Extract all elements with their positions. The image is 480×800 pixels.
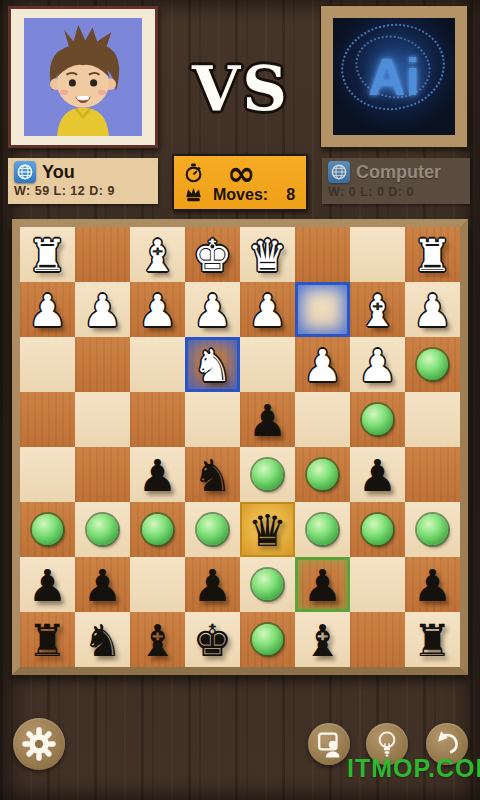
square-e4[interactable] (185, 392, 240, 447)
legal-move-dot (142, 514, 173, 545)
black-rook[interactable]: ♜ (20, 612, 75, 667)
legal-move-dot (252, 569, 283, 600)
white-pawn[interactable]: ♟ (75, 282, 130, 337)
square-f8[interactable]: ♝ (130, 612, 185, 667)
square-f5[interactable]: ♟ (130, 447, 185, 502)
square-c5[interactable] (295, 447, 350, 502)
square-d5[interactable] (240, 447, 295, 502)
player-stats: W: 0 L: 0 D: 0 (328, 185, 464, 199)
white-pawn[interactable]: ♟ (20, 282, 75, 337)
black-knight[interactable]: ♞ (185, 447, 240, 502)
chess-board: ♜♝♚♛♜♟♟♟♟♟♝♟♞♟♟♟♟♞♟♛♟♟♟♟♟♜♞♝♚♝♜ (20, 227, 460, 667)
square-e3[interactable]: ♞ (185, 337, 240, 392)
player-info-computer: Computer W: 0 L: 0 D: 0 (322, 158, 470, 204)
square-h3[interactable] (20, 337, 75, 392)
square-f4[interactable] (130, 392, 185, 447)
black-pawn[interactable]: ♟ (405, 557, 460, 612)
legal-move-dot (362, 404, 393, 435)
legal-move-dot (252, 459, 283, 490)
square-a6[interactable] (405, 502, 460, 557)
black-pawn[interactable]: ♟ (75, 557, 130, 612)
square-h7[interactable]: ♟ (20, 557, 75, 612)
player-avatar (8, 6, 158, 148)
switch-player-button[interactable] (308, 723, 350, 765)
square-e1[interactable]: ♚ (185, 227, 240, 282)
square-e5[interactable]: ♞ (185, 447, 240, 502)
globe-icon (328, 161, 350, 183)
white-pawn[interactable]: ♟ (350, 337, 405, 392)
square-g1[interactable] (75, 227, 130, 282)
square-g8[interactable]: ♞ (75, 612, 130, 667)
gear-icon (21, 726, 57, 762)
white-rook[interactable]: ♜ (405, 227, 460, 282)
square-b3[interactable]: ♟ (350, 337, 405, 392)
crown-icon (184, 186, 203, 203)
black-pawn[interactable]: ♟ (240, 392, 295, 447)
square-h8[interactable]: ♜ (20, 612, 75, 667)
square-g3[interactable] (75, 337, 130, 392)
square-a8[interactable]: ♜ (405, 612, 460, 667)
square-d7[interactable] (240, 557, 295, 612)
square-g7[interactable]: ♟ (75, 557, 130, 612)
legal-move-dot (307, 459, 338, 490)
black-pawn[interactable]: ♟ (20, 557, 75, 612)
white-rook[interactable]: ♜ (20, 227, 75, 282)
square-f6[interactable] (130, 502, 185, 557)
legal-move-dot (32, 514, 63, 545)
square-d3[interactable] (240, 337, 295, 392)
watermark: ITMOP.COM (347, 754, 480, 783)
square-a2[interactable]: ♟ (405, 282, 460, 337)
ai-label: Ai (333, 47, 455, 107)
black-queen[interactable]: ♛ (240, 502, 295, 557)
square-e7[interactable]: ♟ (185, 557, 240, 612)
black-bishop[interactable]: ♝ (130, 612, 185, 667)
square-g4[interactable] (75, 392, 130, 447)
white-knight[interactable]: ♞ (185, 337, 240, 392)
square-b2[interactable]: ♝ (350, 282, 405, 337)
square-h4[interactable] (20, 392, 75, 447)
square-d1[interactable]: ♛ (240, 227, 295, 282)
square-f2[interactable]: ♟ (130, 282, 185, 337)
white-pawn[interactable]: ♟ (185, 282, 240, 337)
square-b7[interactable] (350, 557, 405, 612)
white-pawn[interactable]: ♟ (240, 282, 295, 337)
white-pawn[interactable]: ♟ (405, 282, 460, 337)
legal-move-dot (417, 514, 448, 545)
legal-move-dot (362, 514, 393, 545)
infinite-time-value: ∞ (227, 162, 255, 184)
player-stats: W: 59 L: 12 D: 9 (14, 184, 152, 198)
square-f7[interactable] (130, 557, 185, 612)
legal-move-dot (307, 514, 338, 545)
square-c8[interactable]: ♝ (295, 612, 350, 667)
square-d8[interactable] (240, 612, 295, 667)
match-info-panel: ∞ Moves: 8 (172, 154, 308, 211)
globe-icon (14, 161, 36, 183)
square-b5[interactable]: ♟ (350, 447, 405, 502)
square-h2[interactable]: ♟ (20, 282, 75, 337)
square-c1[interactable] (295, 227, 350, 282)
ai-avatar: Ai (320, 5, 468, 148)
player-board-icon (314, 729, 344, 759)
square-c7[interactable]: ♟ (295, 557, 350, 612)
square-a5[interactable] (405, 447, 460, 502)
square-a3[interactable] (405, 337, 460, 392)
square-f1[interactable]: ♝ (130, 227, 185, 282)
square-b1[interactable] (350, 227, 405, 282)
square-h1[interactable]: ♜ (20, 227, 75, 282)
white-king[interactable]: ♚ (185, 227, 240, 282)
stopwatch-icon (184, 163, 203, 183)
moves-label: Moves: (213, 186, 268, 204)
settings-button[interactable] (13, 718, 65, 770)
black-pawn[interactable]: ♟ (350, 447, 405, 502)
player-name: You (42, 162, 75, 183)
square-e8[interactable]: ♚ (185, 612, 240, 667)
player-name: Computer (356, 162, 441, 183)
square-b4[interactable] (350, 392, 405, 447)
square-d2[interactable]: ♟ (240, 282, 295, 337)
square-e6[interactable] (185, 502, 240, 557)
square-a4[interactable] (405, 392, 460, 447)
square-a7[interactable]: ♟ (405, 557, 460, 612)
white-pawn[interactable]: ♟ (295, 337, 350, 392)
square-a1[interactable]: ♜ (405, 227, 460, 282)
square-f3[interactable] (130, 337, 185, 392)
player-info-you: You W: 59 L: 12 D: 9 (8, 158, 158, 204)
chess-app-screen: VS Ai You W: 59 L: 12 D: 9 ∞ (0, 0, 480, 800)
legal-move-dot (417, 349, 448, 380)
square-g2[interactable]: ♟ (75, 282, 130, 337)
black-rook[interactable]: ♜ (405, 612, 460, 667)
ai-brain-image: Ai (333, 18, 455, 135)
square-c4[interactable] (295, 392, 350, 447)
square-b6[interactable] (350, 502, 405, 557)
legal-move-dot (252, 624, 283, 655)
black-king[interactable]: ♚ (185, 612, 240, 667)
square-b8[interactable] (350, 612, 405, 667)
white-bishop[interactable]: ♝ (130, 227, 185, 282)
white-queen[interactable]: ♛ (240, 227, 295, 282)
square-e2[interactable]: ♟ (185, 282, 240, 337)
square-c6[interactable] (295, 502, 350, 557)
square-h5[interactable] (20, 447, 75, 502)
white-pawn[interactable]: ♟ (130, 282, 185, 337)
square-d4[interactable]: ♟ (240, 392, 295, 447)
square-g6[interactable] (75, 502, 130, 557)
square-c3[interactable]: ♟ (295, 337, 350, 392)
black-knight[interactable]: ♞ (75, 612, 130, 667)
square-d6[interactable]: ♛ (240, 502, 295, 557)
moves-value: 8 (286, 186, 295, 204)
legal-move-dot (197, 514, 228, 545)
white-bishop[interactable]: ♝ (350, 282, 405, 337)
square-h6[interactable] (20, 502, 75, 557)
black-pawn[interactable]: ♟ (185, 557, 240, 612)
square-g5[interactable] (75, 447, 130, 502)
black-pawn[interactable]: ♟ (295, 557, 350, 612)
black-pawn[interactable]: ♟ (130, 447, 185, 502)
vs-label: VS (168, 38, 313, 138)
chess-board-frame: ♜♝♚♛♜♟♟♟♟♟♝♟♞♟♟♟♟♞♟♛♟♟♟♟♟♜♞♝♚♝♜ (12, 219, 468, 675)
black-bishop[interactable]: ♝ (295, 612, 350, 667)
square-c2[interactable] (295, 282, 350, 337)
boy-avatar-image (20, 18, 146, 136)
legal-move-dot (87, 514, 118, 545)
